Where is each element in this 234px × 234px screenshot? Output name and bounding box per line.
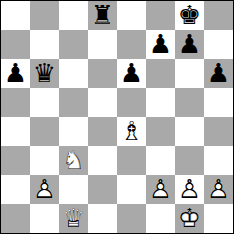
- square-g7[interactable]: ♟: [175, 30, 204, 59]
- square-c4[interactable]: [59, 117, 88, 146]
- square-h6[interactable]: ♟: [204, 59, 233, 88]
- square-d6[interactable]: [88, 59, 117, 88]
- square-b5[interactable]: [30, 88, 59, 117]
- square-a7[interactable]: [1, 30, 30, 59]
- piece-black-pawn: ♟: [146, 30, 175, 59]
- square-g8[interactable]: ♚: [175, 1, 204, 30]
- square-g5[interactable]: [175, 88, 204, 117]
- square-f5[interactable]: [146, 88, 175, 117]
- piece-white-king: ♔: [175, 204, 204, 233]
- square-c8[interactable]: [59, 1, 88, 30]
- square-d1[interactable]: [88, 204, 117, 233]
- square-f8[interactable]: [146, 1, 175, 30]
- square-g6[interactable]: [175, 59, 204, 88]
- square-c5[interactable]: [59, 88, 88, 117]
- square-b3[interactable]: [30, 146, 59, 175]
- square-e3[interactable]: [117, 146, 146, 175]
- square-h4[interactable]: [204, 117, 233, 146]
- square-f3[interactable]: [146, 146, 175, 175]
- piece-black-pawn: ♟: [175, 30, 204, 59]
- piece-white-knight: ♘: [59, 146, 88, 175]
- square-g2[interactable]: ♟♙: [175, 175, 204, 204]
- square-f2[interactable]: ♟♙: [146, 175, 175, 204]
- square-h1[interactable]: [204, 204, 233, 233]
- square-d5[interactable]: [88, 88, 117, 117]
- square-f6[interactable]: [146, 59, 175, 88]
- square-f4[interactable]: [146, 117, 175, 146]
- piece-white-bishop: ♗: [117, 117, 146, 146]
- piece-white-bishop-fill: ♝: [117, 117, 146, 146]
- piece-black-queen: ♛: [30, 59, 59, 88]
- piece-white-pawn: ♙: [146, 175, 175, 204]
- square-b1[interactable]: [30, 204, 59, 233]
- piece-white-pawn: ♙: [204, 175, 233, 204]
- piece-black-pawn: ♟: [1, 59, 30, 88]
- square-h3[interactable]: [204, 146, 233, 175]
- piece-white-pawn: ♙: [175, 175, 204, 204]
- square-h7[interactable]: [204, 30, 233, 59]
- square-g4[interactable]: [175, 117, 204, 146]
- piece-white-queen-fill: ♛: [59, 204, 88, 233]
- square-h2[interactable]: ♟♙: [204, 175, 233, 204]
- square-a4[interactable]: [1, 117, 30, 146]
- square-e8[interactable]: [117, 1, 146, 30]
- square-h8[interactable]: [204, 1, 233, 30]
- square-d4[interactable]: [88, 117, 117, 146]
- square-a8[interactable]: [1, 1, 30, 30]
- piece-white-pawn-fill: ♟: [30, 175, 59, 204]
- square-c6[interactable]: [59, 59, 88, 88]
- square-a1[interactable]: [1, 204, 30, 233]
- square-f7[interactable]: ♟: [146, 30, 175, 59]
- piece-black-king: ♚: [175, 1, 204, 30]
- square-c1[interactable]: ♛♕: [59, 204, 88, 233]
- square-b7[interactable]: [30, 30, 59, 59]
- square-a5[interactable]: [1, 88, 30, 117]
- piece-black-pawn: ♟: [117, 59, 146, 88]
- piece-white-pawn-fill: ♟: [204, 175, 233, 204]
- square-c7[interactable]: [59, 30, 88, 59]
- piece-white-pawn-fill: ♟: [146, 175, 175, 204]
- square-g1[interactable]: ♚♔: [175, 204, 204, 233]
- square-b2[interactable]: ♟♙: [30, 175, 59, 204]
- square-d8[interactable]: ♜: [88, 1, 117, 30]
- square-a3[interactable]: [1, 146, 30, 175]
- square-h5[interactable]: [204, 88, 233, 117]
- square-a6[interactable]: ♟: [1, 59, 30, 88]
- square-b4[interactable]: [30, 117, 59, 146]
- square-e4[interactable]: ♝♗: [117, 117, 146, 146]
- square-g3[interactable]: [175, 146, 204, 175]
- square-d3[interactable]: [88, 146, 117, 175]
- square-e2[interactable]: [117, 175, 146, 204]
- square-c3[interactable]: ♞♘: [59, 146, 88, 175]
- piece-white-pawn-fill: ♟: [175, 175, 204, 204]
- square-b8[interactable]: [30, 1, 59, 30]
- square-e6[interactable]: ♟: [117, 59, 146, 88]
- square-c2[interactable]: [59, 175, 88, 204]
- piece-black-pawn: ♟: [204, 59, 233, 88]
- chess-board-frame: ♜♚♟♟♟♛♟♟♝♗♞♘♟♙♟♙♟♙♟♙♛♕♚♔: [0, 0, 234, 234]
- piece-white-pawn: ♙: [30, 175, 59, 204]
- square-d7[interactable]: [88, 30, 117, 59]
- square-d2[interactable]: [88, 175, 117, 204]
- piece-white-king-fill: ♚: [175, 204, 204, 233]
- square-f1[interactable]: [146, 204, 175, 233]
- square-e7[interactable]: [117, 30, 146, 59]
- piece-black-rook: ♜: [88, 1, 117, 30]
- square-e5[interactable]: [117, 88, 146, 117]
- chess-board: ♜♚♟♟♟♛♟♟♝♗♞♘♟♙♟♙♟♙♟♙♛♕♚♔: [1, 1, 233, 233]
- square-b6[interactable]: ♛: [30, 59, 59, 88]
- piece-white-queen: ♕: [59, 204, 88, 233]
- piece-white-knight-fill: ♞: [59, 146, 88, 175]
- square-a2[interactable]: [1, 175, 30, 204]
- square-e1[interactable]: [117, 204, 146, 233]
